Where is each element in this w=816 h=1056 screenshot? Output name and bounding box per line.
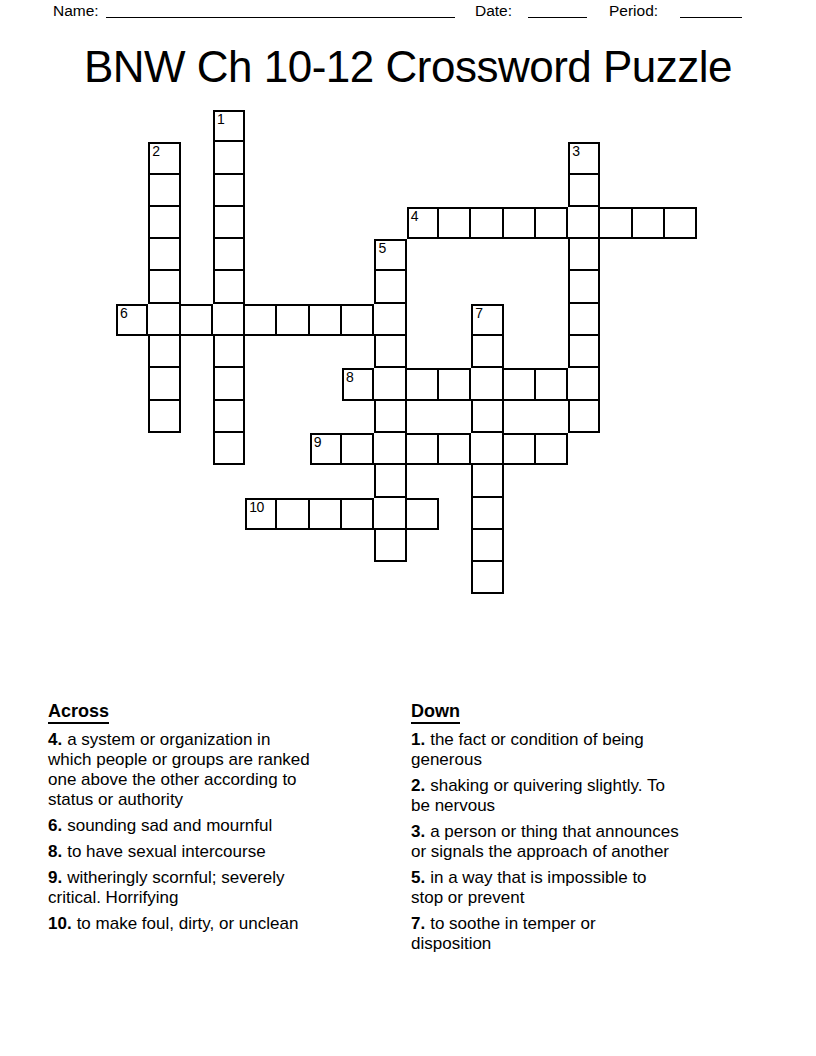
void-cell [665, 304, 697, 336]
void-cell [471, 239, 503, 271]
grid-cell[interactable] [148, 175, 180, 207]
void-cell [277, 562, 309, 594]
void-cell [600, 336, 632, 368]
void-cell [277, 530, 309, 562]
down-clue-text: shaking or quivering slightly. To be ner… [411, 776, 665, 815]
grid-cell[interactable]: 8 [342, 368, 374, 400]
grid-cell[interactable] [471, 368, 503, 400]
void-cell [536, 530, 568, 562]
void-cell [213, 562, 245, 594]
grid-cell[interactable] [374, 336, 406, 368]
void-cell [277, 433, 309, 465]
grid-cell[interactable] [148, 207, 180, 239]
grid-cell[interactable] [213, 304, 245, 336]
down-clues-section: Down 1.the fact or condition of being ge… [411, 702, 779, 960]
void-cell [213, 465, 245, 497]
void-cell [536, 271, 568, 303]
void-cell [116, 142, 148, 174]
grid-cell[interactable] [407, 433, 439, 465]
void-cell [245, 433, 277, 465]
void-cell [310, 207, 342, 239]
void-cell [407, 304, 439, 336]
void-cell [504, 304, 536, 336]
across-heading-label: Across [48, 701, 109, 724]
grid-cell[interactable] [471, 207, 503, 239]
worksheet-page: Name: Date: Period: BNW Ch 10-12 Crosswo… [0, 0, 816, 1056]
void-cell [148, 530, 180, 562]
void-cell [407, 110, 439, 142]
void-cell [504, 465, 536, 497]
grid-cell[interactable]: 10 [245, 498, 277, 530]
grid-cell[interactable] [310, 498, 342, 530]
grid-cell[interactable] [600, 207, 632, 239]
grid-cell[interactable] [536, 433, 568, 465]
void-cell [504, 530, 536, 562]
void-cell [148, 110, 180, 142]
void-cell [633, 368, 665, 400]
across-clue: 10.to make foul, dirty, or unclean [48, 914, 396, 934]
down-clue: 7.to soothe in temper or disposition [411, 914, 779, 954]
period-blank-line[interactable] [680, 9, 742, 18]
void-cell [277, 207, 309, 239]
void-cell [407, 401, 439, 433]
void-cell [277, 175, 309, 207]
across-clue-text: a system or organization in which people… [48, 730, 310, 809]
grid-cell[interactable] [213, 336, 245, 368]
down-clue-text: a person or thing that announces or sign… [411, 822, 679, 861]
void-cell [277, 271, 309, 303]
grid-cell[interactable] [374, 304, 406, 336]
void-cell [633, 142, 665, 174]
void-cell [568, 530, 600, 562]
grid-cell[interactable] [439, 433, 471, 465]
void-cell [536, 239, 568, 271]
clue-number: 4 [411, 210, 418, 223]
grid-cell[interactable] [213, 401, 245, 433]
grid-cell[interactable] [471, 465, 503, 497]
void-cell [277, 336, 309, 368]
down-clue-number: 2. [411, 776, 430, 795]
grid-cell[interactable] [568, 239, 600, 271]
void-cell [536, 562, 568, 594]
void-cell [633, 401, 665, 433]
void-cell [665, 336, 697, 368]
grid-cell[interactable] [471, 562, 503, 594]
void-cell [245, 207, 277, 239]
void-cell [665, 110, 697, 142]
void-cell [504, 562, 536, 594]
grid-cell[interactable]: 9 [310, 433, 342, 465]
void-cell [310, 271, 342, 303]
void-cell [181, 110, 213, 142]
void-cell [277, 239, 309, 271]
void-cell [342, 207, 374, 239]
void-cell [310, 239, 342, 271]
grid-cell[interactable] [504, 433, 536, 465]
grid-cell[interactable] [213, 142, 245, 174]
void-cell [310, 465, 342, 497]
void-cell [536, 175, 568, 207]
void-cell [504, 110, 536, 142]
grid-cell[interactable] [471, 401, 503, 433]
clue-number: 9 [314, 436, 321, 449]
void-cell [536, 142, 568, 174]
void-cell [342, 336, 374, 368]
name-label: Name: [53, 1, 99, 21]
date-blank-line[interactable] [528, 9, 587, 18]
void-cell [374, 142, 406, 174]
void-cell [600, 304, 632, 336]
void-cell [600, 142, 632, 174]
grid-cell[interactable] [245, 304, 277, 336]
void-cell [633, 562, 665, 594]
period-label: Period: [609, 1, 658, 21]
grid-cell[interactable] [148, 271, 180, 303]
grid-cell[interactable]: 3 [568, 142, 600, 174]
void-cell [439, 110, 471, 142]
void-cell [504, 336, 536, 368]
void-cell [116, 433, 148, 465]
grid-cell[interactable] [374, 368, 406, 400]
void-cell [245, 271, 277, 303]
void-cell [665, 498, 697, 530]
void-cell [665, 368, 697, 400]
across-clue-list: 4.a system or organization in which peop… [48, 730, 396, 934]
void-cell [439, 175, 471, 207]
grid-cell[interactable] [568, 175, 600, 207]
void-cell [504, 175, 536, 207]
void-cell [536, 498, 568, 530]
void-cell [568, 465, 600, 497]
void-cell [277, 368, 309, 400]
across-clue: 9.witheringly scornful; severely critica… [48, 868, 396, 908]
void-cell [245, 465, 277, 497]
void-cell [633, 465, 665, 497]
grid-cell[interactable] [277, 498, 309, 530]
void-cell [633, 239, 665, 271]
down-clue-text: the fact or condition of being generous [411, 730, 644, 769]
grid-cell[interactable] [213, 368, 245, 400]
void-cell [374, 562, 406, 594]
down-heading: Down [411, 702, 779, 721]
grid-cell[interactable]: 7 [471, 304, 503, 336]
void-cell [181, 433, 213, 465]
void-cell [310, 530, 342, 562]
grid-cell[interactable] [471, 433, 503, 465]
grid-cell[interactable] [407, 498, 439, 530]
void-cell [342, 142, 374, 174]
grid-cell[interactable] [213, 175, 245, 207]
grid-cell[interactable] [374, 271, 406, 303]
grid-cell[interactable] [213, 433, 245, 465]
grid-cell[interactable] [374, 401, 406, 433]
void-cell [439, 465, 471, 497]
void-cell [600, 433, 632, 465]
void-cell [245, 142, 277, 174]
down-clue-text: to soothe in temper or disposition [411, 914, 596, 953]
grid-cell[interactable] [568, 336, 600, 368]
void-cell [471, 271, 503, 303]
void-cell [665, 239, 697, 271]
across-clue-number: 9. [48, 868, 67, 887]
void-cell [633, 304, 665, 336]
void-cell [374, 175, 406, 207]
void-cell [633, 498, 665, 530]
void-cell [665, 142, 697, 174]
void-cell [407, 336, 439, 368]
void-cell [342, 271, 374, 303]
void-cell [310, 562, 342, 594]
void-cell [600, 368, 632, 400]
grid-cell[interactable] [181, 304, 213, 336]
grid-cell[interactable] [374, 530, 406, 562]
across-clue-number: 10. [48, 914, 77, 933]
void-cell [504, 239, 536, 271]
across-clues-section: Across 4.a system or organization in whi… [48, 702, 396, 940]
void-cell [568, 433, 600, 465]
grid-cell[interactable] [374, 433, 406, 465]
void-cell [504, 401, 536, 433]
void-cell [633, 271, 665, 303]
grid-cell[interactable] [439, 207, 471, 239]
clue-number: 8 [346, 371, 353, 384]
void-cell [439, 498, 471, 530]
void-cell [116, 239, 148, 271]
clue-number: 1 [217, 113, 224, 126]
grid-cell[interactable] [342, 433, 374, 465]
void-cell [665, 530, 697, 562]
void-cell [633, 433, 665, 465]
void-cell [245, 562, 277, 594]
void-cell [342, 175, 374, 207]
void-cell [439, 271, 471, 303]
void-cell [504, 271, 536, 303]
void-cell [665, 433, 697, 465]
grid-cell[interactable] [277, 304, 309, 336]
void-cell [310, 368, 342, 400]
down-clue: 2.shaking or quivering slightly. To be n… [411, 776, 779, 816]
void-cell [665, 271, 697, 303]
across-clue-text: to make foul, dirty, or unclean [77, 914, 299, 933]
grid-cell[interactable] [536, 207, 568, 239]
down-clue-number: 7. [411, 914, 430, 933]
clue-number: 5 [378, 242, 385, 255]
void-cell [633, 175, 665, 207]
void-cell [116, 336, 148, 368]
void-cell [471, 142, 503, 174]
void-cell [600, 271, 632, 303]
void-cell [439, 530, 471, 562]
clue-number: 3 [572, 145, 579, 158]
void-cell [277, 110, 309, 142]
grid-cell[interactable] [568, 207, 600, 239]
down-clue: 5.in a way that is impossible to stop or… [411, 868, 779, 908]
void-cell [181, 530, 213, 562]
grid-cell[interactable] [148, 336, 180, 368]
void-cell [600, 562, 632, 594]
void-cell [116, 207, 148, 239]
void-cell [439, 401, 471, 433]
void-cell [245, 530, 277, 562]
void-cell [407, 142, 439, 174]
void-cell [116, 271, 148, 303]
void-cell [439, 562, 471, 594]
grid-cell[interactable]: 2 [148, 142, 180, 174]
grid-cell[interactable] [568, 304, 600, 336]
void-cell [536, 304, 568, 336]
grid-cell[interactable] [471, 530, 503, 562]
grid-cell[interactable]: 6 [116, 304, 148, 336]
void-cell [342, 562, 374, 594]
void-cell [504, 498, 536, 530]
void-cell [245, 336, 277, 368]
void-cell [536, 465, 568, 497]
void-cell [116, 110, 148, 142]
grid-cell[interactable] [665, 207, 697, 239]
grid-cell[interactable]: 5 [374, 239, 406, 271]
worksheet-header: Name: Date: Period: [0, 1, 816, 25]
void-cell [116, 530, 148, 562]
void-cell [536, 110, 568, 142]
void-cell [181, 239, 213, 271]
grid-cell[interactable] [471, 498, 503, 530]
void-cell [439, 336, 471, 368]
void-cell [600, 401, 632, 433]
void-cell [116, 368, 148, 400]
grid-cell[interactable] [213, 271, 245, 303]
grid-cell[interactable] [471, 336, 503, 368]
void-cell [148, 562, 180, 594]
grid-cell[interactable] [374, 498, 406, 530]
grid-cell[interactable] [342, 498, 374, 530]
clue-number: 6 [120, 307, 127, 320]
void-cell [407, 530, 439, 562]
page-title: BNW Ch 10-12 Crossword Puzzle [0, 41, 816, 93]
void-cell [407, 465, 439, 497]
down-clue: 1.the fact or condition of being generou… [411, 730, 779, 770]
down-clue-number: 5. [411, 868, 430, 887]
void-cell [665, 175, 697, 207]
grid-cell[interactable] [342, 304, 374, 336]
grid-cell[interactable] [568, 368, 600, 400]
void-cell [310, 401, 342, 433]
void-cell [600, 465, 632, 497]
void-cell [213, 530, 245, 562]
void-cell [439, 142, 471, 174]
grid-cell[interactable] [213, 207, 245, 239]
void-cell [277, 465, 309, 497]
across-clue: 6.sounding sad and mournful [48, 816, 396, 836]
void-cell [342, 110, 374, 142]
void-cell [181, 142, 213, 174]
void-cell [116, 562, 148, 594]
grid-cell[interactable]: 4 [407, 207, 439, 239]
down-clue: 3.a person or thing that announces or si… [411, 822, 779, 862]
void-cell [245, 110, 277, 142]
void-cell [181, 271, 213, 303]
void-cell [600, 530, 632, 562]
void-cell [277, 142, 309, 174]
down-clue-text: in a way that is impossible to stop or p… [411, 868, 647, 907]
void-cell [116, 175, 148, 207]
void-cell [471, 175, 503, 207]
void-cell [181, 401, 213, 433]
void-cell [181, 336, 213, 368]
grid-cell[interactable] [568, 271, 600, 303]
void-cell [600, 110, 632, 142]
void-cell [600, 175, 632, 207]
void-cell [181, 498, 213, 530]
void-cell [439, 239, 471, 271]
grid-cell[interactable] [148, 401, 180, 433]
crossword-grid: 12345678910 [116, 110, 697, 594]
void-cell [310, 142, 342, 174]
across-clue-number: 6. [48, 816, 67, 835]
void-cell [665, 465, 697, 497]
void-cell [116, 498, 148, 530]
void-cell [407, 562, 439, 594]
grid-cell[interactable] [439, 368, 471, 400]
void-cell [245, 368, 277, 400]
down-clue-number: 3. [411, 822, 430, 841]
void-cell [148, 433, 180, 465]
void-cell [665, 401, 697, 433]
across-clue: 8.to have sexual intercourse [48, 842, 396, 862]
void-cell [245, 175, 277, 207]
across-clue-text: sounding sad and mournful [67, 816, 272, 835]
void-cell [374, 207, 406, 239]
grid-cell[interactable] [148, 368, 180, 400]
clue-number: 7 [475, 307, 482, 320]
void-cell [568, 498, 600, 530]
void-cell [374, 110, 406, 142]
void-cell [181, 175, 213, 207]
grid-cell[interactable] [374, 465, 406, 497]
void-cell [181, 368, 213, 400]
down-heading-label: Down [411, 701, 460, 724]
void-cell [342, 401, 374, 433]
grid-cell[interactable] [213, 239, 245, 271]
grid-cell[interactable]: 1 [213, 110, 245, 142]
void-cell [407, 271, 439, 303]
grid-cell[interactable] [536, 368, 568, 400]
name-blank-line[interactable] [106, 9, 455, 18]
grid-cell[interactable] [504, 368, 536, 400]
void-cell [600, 239, 632, 271]
grid-cell[interactable] [310, 304, 342, 336]
across-heading: Across [48, 702, 396, 721]
grid-cell[interactable] [148, 239, 180, 271]
void-cell [148, 498, 180, 530]
across-clue: 4.a system or organization in which peop… [48, 730, 396, 810]
void-cell [633, 110, 665, 142]
grid-cell[interactable] [148, 304, 180, 336]
down-clue-list: 1.the fact or condition of being generou… [411, 730, 779, 954]
across-clue-number: 4. [48, 730, 67, 749]
void-cell [407, 175, 439, 207]
void-cell [116, 401, 148, 433]
grid-cell[interactable] [633, 207, 665, 239]
grid-cell[interactable] [568, 401, 600, 433]
void-cell [471, 110, 503, 142]
grid-cell[interactable] [407, 368, 439, 400]
grid-cell[interactable] [504, 207, 536, 239]
clue-number: 10 [249, 501, 264, 514]
void-cell [568, 110, 600, 142]
void-cell [439, 304, 471, 336]
across-clue-text: witheringly scornful; severely critical.… [48, 868, 285, 907]
void-cell [213, 498, 245, 530]
